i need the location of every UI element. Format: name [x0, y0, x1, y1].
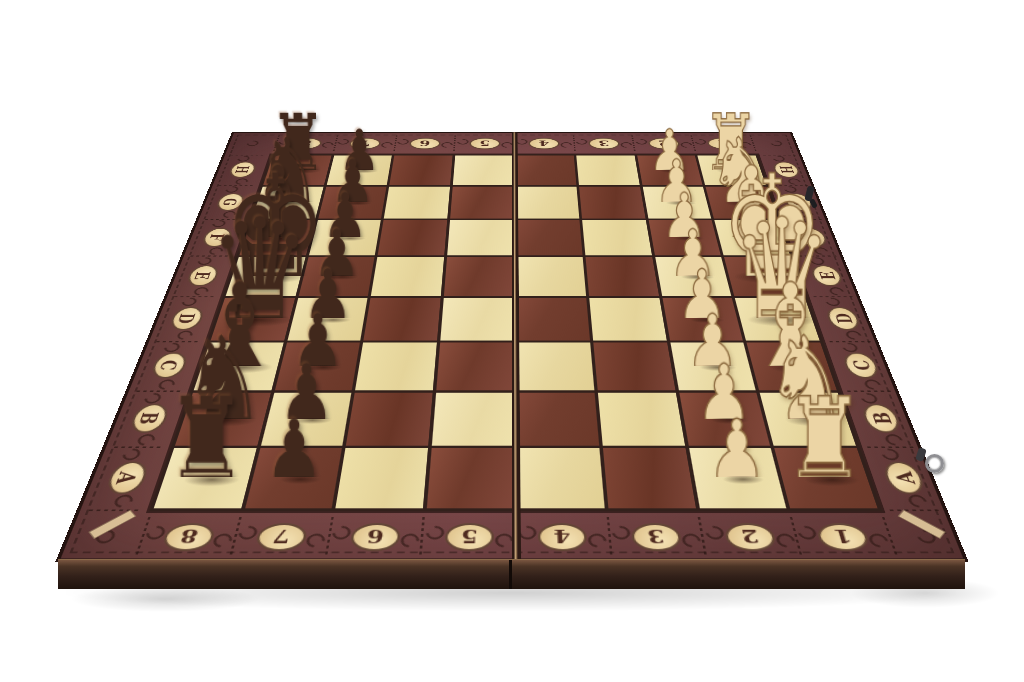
border-stitch	[573, 135, 576, 152]
rank-label-far-5: 5	[469, 138, 501, 149]
border-ornament	[112, 492, 136, 510]
chess-board: 8877665544332211HHGGFFEEDDCCBBAA♜♟♟♜♞♟♟♞…	[56, 132, 969, 562]
border-stitch	[89, 509, 142, 511]
border-stitch	[889, 509, 942, 511]
border-stitch	[324, 517, 333, 558]
rank-label-near-4: 4	[538, 523, 588, 551]
border-ornament	[701, 523, 726, 542]
border-ornament	[608, 523, 633, 542]
rank-label-near-6: 6	[349, 523, 401, 551]
rank-label-far-4: 4	[529, 138, 561, 149]
rank-label-near-2: 2	[722, 523, 777, 551]
border-ornament	[574, 138, 590, 146]
rank-label-near-5: 5	[444, 523, 494, 551]
rank-label-far-6: 6	[409, 138, 442, 149]
border-ornament	[455, 138, 471, 146]
border-ornament	[795, 523, 820, 542]
piece-white-rook-a1[interactable]: ♜	[758, 363, 892, 477]
board-front-edge	[58, 559, 965, 589]
border-ornament	[905, 492, 930, 510]
photo-scene: 8877665544332211HHGGFFEEDDCCBBAA♜♟♟♜♞♟♟♞…	[0, 0, 1024, 682]
hinge-seam-front	[509, 560, 512, 589]
rank-label-near-1: 1	[815, 523, 872, 551]
border-ornament	[866, 531, 892, 550]
rank-label-near-3: 3	[630, 523, 683, 551]
clasp-ring	[925, 454, 944, 473]
square-h5[interactable]	[453, 156, 514, 186]
square-f5[interactable]	[447, 220, 513, 255]
square-g5[interactable]	[450, 186, 513, 218]
border-stitch	[606, 517, 612, 558]
border-ornament	[585, 531, 611, 550]
border-stitch	[453, 135, 456, 152]
border-ornament	[397, 531, 422, 550]
square-g4[interactable]	[516, 186, 580, 218]
square-h4[interactable]	[516, 156, 577, 186]
border-stitch	[419, 517, 425, 558]
rank-label-near-7: 7	[254, 523, 309, 551]
border-ornament	[422, 523, 447, 542]
border-ornament	[679, 531, 705, 550]
rank-label-far-3: 3	[588, 138, 621, 149]
rank-label-near-8: 8	[160, 523, 217, 551]
square-f4[interactable]	[516, 220, 583, 255]
piece-black-pawn-a7[interactable]: ♟	[228, 395, 362, 478]
border-ornament	[772, 531, 798, 550]
